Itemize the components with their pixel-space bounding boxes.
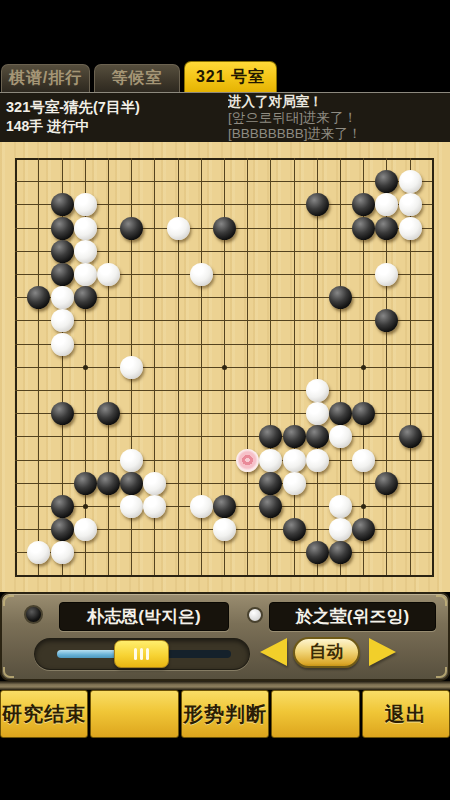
star-point [361,365,366,370]
stone-black [51,263,74,286]
stone-black [375,217,398,240]
stone-white [143,472,166,495]
room-title: 321号室-猜先(7目半) [6,98,228,117]
stone-black [51,495,74,518]
stone-white [74,263,97,286]
star-point [361,504,366,509]
tab-kifu-ranking[interactable]: 棋谱/排行 [1,64,90,92]
stone-white [306,449,329,472]
panel-corner [436,667,447,678]
stone-black [51,518,74,541]
stone-black [329,286,352,309]
panel-corner [3,595,14,606]
stone-black [120,217,143,240]
stone-white [329,495,352,518]
stone-black [120,472,143,495]
white-player-name: 於之莹(위즈잉) [269,602,436,631]
stone-black [213,217,236,240]
tab-room-321[interactable]: 321 号室 [184,61,277,92]
stone-black [399,425,422,448]
stone-black [352,402,375,425]
stone-white [306,402,329,425]
stone-white [74,217,97,240]
bottom-button-row: 研究结束 形势判断 退出 [0,690,450,738]
stone-black [51,193,74,216]
stone-white [120,356,143,379]
stone-black [375,472,398,495]
stone-white [51,309,74,332]
stone-black [306,193,329,216]
stone-black [283,425,306,448]
stone-black [352,518,375,541]
stone-black [375,309,398,332]
go-board[interactable] [0,142,450,592]
stone-white [399,193,422,216]
right-arrow-icon[interactable] [369,638,396,666]
chat-log[interactable]: 进入了对局室！ [앞으로뒤태]进来了！ [BBBBBBBB]进来了！ [228,93,450,142]
bottom-black-area [0,738,450,800]
stone-black [74,472,97,495]
stone-white [51,286,74,309]
stone-white [399,170,422,193]
stone-white [352,449,375,472]
black-stone-icon[interactable] [24,605,43,624]
stone-black [27,286,50,309]
stone-white [143,495,166,518]
chat-line: [앞으로뒤태]进来了！ [228,110,450,126]
chat-line: 进入了对局室！ [228,94,450,110]
tab-waiting-room[interactable]: 等候室 [94,64,180,92]
slider-track-filled [57,650,121,658]
slider-thumb[interactable] [114,640,169,668]
chat-line: [BBBBBBBB]进来了！ [228,126,450,142]
exit-button[interactable]: 退出 [362,690,450,738]
stone-white [329,425,352,448]
stone-black [74,286,97,309]
stone-white [51,541,74,564]
stone-black [306,541,329,564]
stone-black [259,472,282,495]
black-player-name: 朴志恩(박지은) [59,602,229,631]
stone-black [51,217,74,240]
stone-black [306,425,329,448]
stone-white [375,263,398,286]
stone-white [306,379,329,402]
stone-white [27,541,50,564]
stone-white [120,449,143,472]
blank-button-2[interactable] [271,690,359,738]
info-bar: 321号室-猜先(7目半) 148手 进行中 进入了对局室！ [앞으로뒤태]进来… [0,92,450,142]
stone-white [213,518,236,541]
stone-white [399,217,422,240]
stone-white [259,449,282,472]
stone-black [352,193,375,216]
stone-white-last-move [236,449,259,472]
left-arrow-icon[interactable] [260,638,287,666]
stone-black [97,402,120,425]
grip-bars-icon [134,648,137,660]
star-point [83,504,88,509]
stone-white [190,495,213,518]
star-point [83,365,88,370]
end-research-button[interactable]: 研究结束 [0,690,88,738]
control-panel: 朴志恩(박지은) 於之莹(위즈잉) 自动 [0,592,450,681]
stone-black [329,541,352,564]
stone-black [51,402,74,425]
app-screen: 棋谱/排行 等候室 321 号室 321号室-猜先(7目半) 148手 进行中 … [0,0,450,800]
stone-black [51,240,74,263]
star-point [222,365,227,370]
auto-play-button[interactable]: 自动 [293,637,360,668]
stone-white [74,193,97,216]
stone-black [213,495,236,518]
stone-black [329,402,352,425]
stone-black [259,425,282,448]
stone-white [74,240,97,263]
stone-white [283,449,306,472]
stone-white [97,263,120,286]
panel-divider [0,681,450,690]
stone-white [51,333,74,356]
blank-button-1[interactable] [90,690,178,738]
tab-bar: 棋谱/排行 等候室 321 号室 [0,62,450,92]
stone-white [283,472,306,495]
stone-white [74,518,97,541]
stone-black [375,170,398,193]
room-info: 321号室-猜先(7目半) 148手 进行中 [0,93,228,142]
panel-corner [3,667,14,678]
stone-white [190,263,213,286]
stone-black [352,217,375,240]
stone-black [259,495,282,518]
stone-white [329,518,352,541]
position-judgement-button[interactable]: 形势判断 [181,690,269,738]
stone-white [120,495,143,518]
stone-black [97,472,120,495]
stone-black [283,518,306,541]
white-stone-icon[interactable] [247,607,263,623]
stone-white [167,217,190,240]
move-status: 148手 进行中 [6,117,228,136]
panel-corner [436,595,447,606]
stone-white [375,193,398,216]
